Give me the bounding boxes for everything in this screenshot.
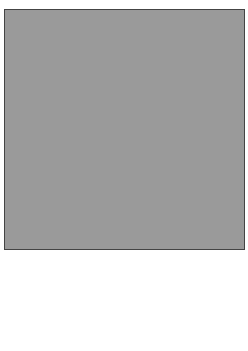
chess-board	[4, 9, 245, 250]
chess-diagram-page	[0, 0, 248, 351]
